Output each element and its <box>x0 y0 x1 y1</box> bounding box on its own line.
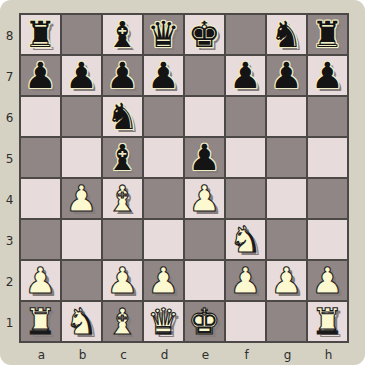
black-pawn-g7: ♟ <box>270 56 302 95</box>
square-h5[interactable] <box>308 138 347 177</box>
square-e1[interactable]: ♚ <box>185 302 224 341</box>
black-pawn-b7: ♟ <box>65 56 97 95</box>
file-label-d: d <box>144 346 185 363</box>
square-g8[interactable]: ♞ <box>267 15 306 54</box>
square-b8[interactable] <box>62 15 101 54</box>
square-e7[interactable] <box>185 56 224 95</box>
square-g2[interactable]: ♟ <box>267 261 306 300</box>
square-f1[interactable] <box>226 302 265 341</box>
board-frame: 87654321 abcdefgh ♜♝♛♚♞♜♟♟♟♟♟♟♟♞♝♟♟♝♟♞♟♟… <box>0 0 365 365</box>
square-g5[interactable] <box>267 138 306 177</box>
white-pawn-f2: ♟ <box>229 261 261 300</box>
square-e6[interactable] <box>185 97 224 136</box>
square-e3[interactable] <box>185 220 224 259</box>
rank-label-4: 4 <box>0 179 19 220</box>
black-pawn-a7: ♟ <box>24 56 56 95</box>
square-c6[interactable]: ♞ <box>103 97 142 136</box>
white-rook-h1: ♜ <box>311 302 343 341</box>
square-c1[interactable]: ♝ <box>103 302 142 341</box>
square-b4[interactable]: ♟ <box>62 179 101 218</box>
file-label-f: f <box>226 346 267 363</box>
white-pawn-c2: ♟ <box>106 261 138 300</box>
square-e2[interactable] <box>185 261 224 300</box>
black-pawn-c7: ♟ <box>106 56 138 95</box>
square-h3[interactable] <box>308 220 347 259</box>
square-f2[interactable]: ♟ <box>226 261 265 300</box>
square-f5[interactable] <box>226 138 265 177</box>
square-h2[interactable]: ♟ <box>308 261 347 300</box>
square-c8[interactable]: ♝ <box>103 15 142 54</box>
square-f8[interactable] <box>226 15 265 54</box>
black-king-e8: ♚ <box>188 15 220 54</box>
square-b7[interactable]: ♟ <box>62 56 101 95</box>
rank-label-7: 7 <box>0 56 19 97</box>
square-d2[interactable]: ♟ <box>144 261 183 300</box>
white-pawn-h2: ♟ <box>311 261 343 300</box>
square-a6[interactable] <box>21 97 60 136</box>
black-knight-g8: ♞ <box>270 15 302 54</box>
rank-label-1: 1 <box>0 302 19 343</box>
square-d5[interactable] <box>144 138 183 177</box>
chess-board: ♜♝♛♚♞♜♟♟♟♟♟♟♟♞♝♟♟♝♟♞♟♟♟♟♟♟♜♞♝♛♚♜ <box>19 13 349 343</box>
white-pawn-a2: ♟ <box>24 261 56 300</box>
rank-label-2: 2 <box>0 261 19 302</box>
square-b5[interactable] <box>62 138 101 177</box>
square-a4[interactable] <box>21 179 60 218</box>
square-d1[interactable]: ♛ <box>144 302 183 341</box>
square-d3[interactable] <box>144 220 183 259</box>
white-rook-a1: ♜ <box>24 302 56 341</box>
rank-label-5: 5 <box>0 138 19 179</box>
square-g6[interactable] <box>267 97 306 136</box>
rank-label-6: 6 <box>0 97 19 138</box>
square-d4[interactable] <box>144 179 183 218</box>
white-pawn-b4: ♟ <box>65 179 97 218</box>
square-c5[interactable]: ♝ <box>103 138 142 177</box>
square-e8[interactable]: ♚ <box>185 15 224 54</box>
square-g1[interactable] <box>267 302 306 341</box>
square-b6[interactable] <box>62 97 101 136</box>
file-label-c: c <box>103 346 144 363</box>
white-queen-d1: ♛ <box>147 302 179 341</box>
square-h4[interactable] <box>308 179 347 218</box>
square-f4[interactable] <box>226 179 265 218</box>
square-f3[interactable]: ♞ <box>226 220 265 259</box>
square-b2[interactable] <box>62 261 101 300</box>
square-a8[interactable]: ♜ <box>21 15 60 54</box>
square-g4[interactable] <box>267 179 306 218</box>
square-h6[interactable] <box>308 97 347 136</box>
black-pawn-f7: ♟ <box>229 56 261 95</box>
square-h7[interactable]: ♟ <box>308 56 347 95</box>
black-pawn-h7: ♟ <box>311 56 343 95</box>
square-c2[interactable]: ♟ <box>103 261 142 300</box>
white-knight-b1: ♞ <box>65 302 97 341</box>
square-a1[interactable]: ♜ <box>21 302 60 341</box>
square-c7[interactable]: ♟ <box>103 56 142 95</box>
square-c3[interactable] <box>103 220 142 259</box>
black-rook-h8: ♜ <box>311 15 343 54</box>
square-d8[interactable]: ♛ <box>144 15 183 54</box>
square-a7[interactable]: ♟ <box>21 56 60 95</box>
black-bishop-c5: ♝ <box>106 138 138 177</box>
black-knight-c6: ♞ <box>106 97 138 136</box>
rank-label-8: 8 <box>0 15 19 56</box>
white-pawn-e4: ♟ <box>188 179 220 218</box>
white-pawn-g2: ♟ <box>270 261 302 300</box>
square-d6[interactable] <box>144 97 183 136</box>
file-label-a: a <box>21 346 62 363</box>
white-king-e1: ♚ <box>188 302 220 341</box>
white-bishop-c1: ♝ <box>106 302 138 341</box>
square-g7[interactable]: ♟ <box>267 56 306 95</box>
black-rook-a8: ♜ <box>24 15 56 54</box>
square-a3[interactable] <box>21 220 60 259</box>
white-knight-f3: ♞ <box>229 220 261 259</box>
file-label-h: h <box>308 346 349 363</box>
square-c4[interactable]: ♝ <box>103 179 142 218</box>
file-labels: abcdefgh <box>21 346 349 363</box>
white-pawn-d2: ♟ <box>147 261 179 300</box>
black-queen-d8: ♛ <box>147 15 179 54</box>
black-bishop-c8: ♝ <box>106 15 138 54</box>
square-h1[interactable]: ♜ <box>308 302 347 341</box>
black-pawn-e5: ♟ <box>188 138 220 177</box>
square-e5[interactable]: ♟ <box>185 138 224 177</box>
file-label-e: e <box>185 346 226 363</box>
square-g3[interactable] <box>267 220 306 259</box>
square-d7[interactable]: ♟ <box>144 56 183 95</box>
file-label-b: b <box>62 346 103 363</box>
rank-labels: 87654321 <box>0 15 19 343</box>
black-pawn-d7: ♟ <box>147 56 179 95</box>
square-a2[interactable]: ♟ <box>21 261 60 300</box>
square-e4[interactable]: ♟ <box>185 179 224 218</box>
square-a5[interactable] <box>21 138 60 177</box>
square-f7[interactable]: ♟ <box>226 56 265 95</box>
square-b3[interactable] <box>62 220 101 259</box>
rank-label-3: 3 <box>0 220 19 261</box>
square-b1[interactable]: ♞ <box>62 302 101 341</box>
file-label-g: g <box>267 346 308 363</box>
white-bishop-c4: ♝ <box>106 179 138 218</box>
square-f6[interactable] <box>226 97 265 136</box>
square-h8[interactable]: ♜ <box>308 15 347 54</box>
